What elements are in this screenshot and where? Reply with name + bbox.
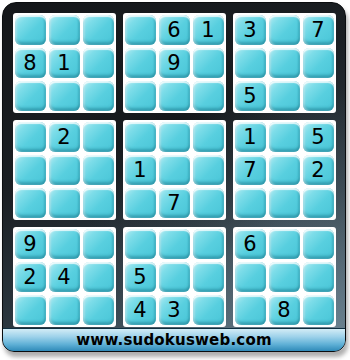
cell-r8c9[interactable]: [303, 262, 334, 292]
cell-r2c3[interactable]: [83, 48, 114, 78]
box-1: 619: [123, 13, 226, 113]
box-3: 2: [13, 120, 116, 220]
cell-r5c9[interactable]: 2: [303, 155, 334, 185]
cell-r1c6[interactable]: 1: [193, 15, 224, 45]
box-4: 17: [123, 120, 226, 220]
cell-r4c9[interactable]: 5: [303, 122, 334, 152]
cell-r2c7[interactable]: [235, 48, 266, 78]
cell-r9c3[interactable]: [83, 295, 114, 325]
cell-r5c6[interactable]: [193, 155, 224, 185]
cell-r1c1[interactable]: [15, 15, 46, 45]
cell-r9c4[interactable]: 4: [125, 295, 156, 325]
box-2: 375: [233, 13, 336, 113]
cell-r5c1[interactable]: [15, 155, 46, 185]
cell-r7c8[interactable]: [269, 229, 300, 259]
cell-r2c5[interactable]: 9: [159, 48, 190, 78]
cell-r5c4[interactable]: 1: [125, 155, 156, 185]
cell-r4c7[interactable]: 1: [235, 122, 266, 152]
cell-r9c5[interactable]: 3: [159, 295, 190, 325]
cell-r7c2[interactable]: [49, 229, 80, 259]
box-0: 81: [13, 13, 116, 113]
cell-r1c3[interactable]: [83, 15, 114, 45]
sudoku-grid: 81619375217157292454368: [3, 13, 345, 327]
cell-r2c8[interactable]: [269, 48, 300, 78]
cell-r2c1[interactable]: 8: [15, 48, 46, 78]
cell-r9c2[interactable]: [49, 295, 80, 325]
cell-r7c5[interactable]: [159, 229, 190, 259]
cell-r3c4[interactable]: [125, 81, 156, 111]
cell-r7c3[interactable]: [83, 229, 114, 259]
cell-r6c7[interactable]: [235, 188, 266, 218]
cell-r8c7[interactable]: [235, 262, 266, 292]
cell-r2c4[interactable]: [125, 48, 156, 78]
cell-r9c6[interactable]: [193, 295, 224, 325]
cell-r1c4[interactable]: [125, 15, 156, 45]
cell-r5c5[interactable]: [159, 155, 190, 185]
site-link[interactable]: www.sudokusweb.com: [76, 331, 271, 349]
cell-r3c9[interactable]: [303, 81, 334, 111]
cell-r3c7[interactable]: 5: [235, 81, 266, 111]
cell-r5c8[interactable]: [269, 155, 300, 185]
sudoku-board: 81619375217157292454368 www.sudokusweb.c…: [2, 2, 346, 352]
cell-r8c1[interactable]: 2: [15, 262, 46, 292]
cell-r2c6[interactable]: [193, 48, 224, 78]
box-6: 924: [13, 227, 116, 327]
cell-r4c4[interactable]: [125, 122, 156, 152]
cell-r1c5[interactable]: 6: [159, 15, 190, 45]
cell-r6c5[interactable]: 7: [159, 188, 190, 218]
cell-r4c5[interactable]: [159, 122, 190, 152]
box-8: 68: [233, 227, 336, 327]
cell-r2c2[interactable]: 1: [49, 48, 80, 78]
cell-r5c7[interactable]: 7: [235, 155, 266, 185]
cell-r5c3[interactable]: [83, 155, 114, 185]
cell-r8c8[interactable]: [269, 262, 300, 292]
cell-r6c8[interactable]: [269, 188, 300, 218]
cell-r4c8[interactable]: [269, 122, 300, 152]
cell-r4c1[interactable]: [15, 122, 46, 152]
cell-r3c6[interactable]: [193, 81, 224, 111]
cell-r4c2[interactable]: 2: [49, 122, 80, 152]
cell-r7c1[interactable]: 9: [15, 229, 46, 259]
cell-r1c2[interactable]: [49, 15, 80, 45]
cell-r8c3[interactable]: [83, 262, 114, 292]
cell-r1c8[interactable]: [269, 15, 300, 45]
cell-r3c5[interactable]: [159, 81, 190, 111]
cell-r5c2[interactable]: [49, 155, 80, 185]
cell-r3c1[interactable]: [15, 81, 46, 111]
cell-r7c6[interactable]: [193, 229, 224, 259]
cell-r3c3[interactable]: [83, 81, 114, 111]
cell-r9c9[interactable]: [303, 295, 334, 325]
cell-r8c6[interactable]: [193, 262, 224, 292]
cell-r9c7[interactable]: [235, 295, 266, 325]
cell-r6c4[interactable]: [125, 188, 156, 218]
cell-r7c9[interactable]: [303, 229, 334, 259]
cell-r7c7[interactable]: 6: [235, 229, 266, 259]
cell-r9c8[interactable]: 8: [269, 295, 300, 325]
cell-r9c1[interactable]: [15, 295, 46, 325]
cell-r6c1[interactable]: [15, 188, 46, 218]
cell-r6c9[interactable]: [303, 188, 334, 218]
cell-r4c6[interactable]: [193, 122, 224, 152]
cell-r8c5[interactable]: [159, 262, 190, 292]
cell-r2c9[interactable]: [303, 48, 334, 78]
cell-r3c8[interactable]: [269, 81, 300, 111]
cell-r6c6[interactable]: [193, 188, 224, 218]
cell-r3c2[interactable]: [49, 81, 80, 111]
box-5: 1572: [233, 120, 336, 220]
cell-r1c9[interactable]: 7: [303, 15, 334, 45]
cell-r8c2[interactable]: 4: [49, 262, 80, 292]
cell-r6c3[interactable]: [83, 188, 114, 218]
cell-r6c2[interactable]: [49, 188, 80, 218]
box-7: 543: [123, 227, 226, 327]
cell-r7c4[interactable]: [125, 229, 156, 259]
cell-r1c7[interactable]: 3: [235, 15, 266, 45]
cell-r8c4[interactable]: 5: [125, 262, 156, 292]
cell-r4c3[interactable]: [83, 122, 114, 152]
footer-bar: www.sudokusweb.com: [3, 328, 345, 351]
